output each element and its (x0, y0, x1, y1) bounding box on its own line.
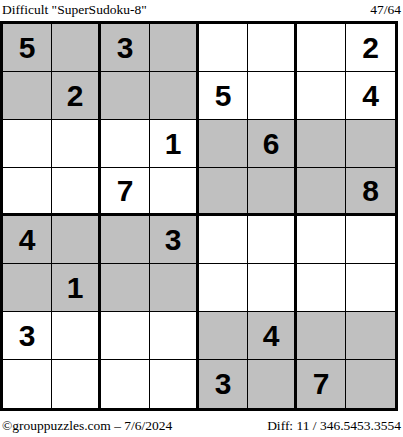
grid-cell-r8c3-empty[interactable] (101, 360, 150, 408)
puzzle-title: Difficult "SuperSudoku-8" (2, 2, 147, 17)
grid-cell-r5c6-empty[interactable] (248, 216, 297, 264)
grid-cell-r3c8-empty[interactable] (346, 120, 395, 168)
grid-cell-r2c6-empty[interactable] (248, 72, 297, 120)
grid-cell-r7c7-empty[interactable] (297, 312, 346, 360)
sudoku-board: 53225416784313437 (0, 21, 398, 411)
grid-cell-r1c5-empty[interactable] (199, 24, 248, 72)
grid-cell-r2c8-given[interactable]: 4 (346, 72, 395, 120)
grid-cell-r1c4-empty[interactable] (150, 24, 199, 72)
grid-cell-r2c7-empty[interactable] (297, 72, 346, 120)
footer: ©grouppuzzles.com – 7/6/2024 Diff: 11 / … (0, 411, 403, 434)
grid-cell-r4c7-empty[interactable] (297, 168, 346, 216)
grid-cell-r6c5-empty[interactable] (199, 264, 248, 312)
grid-cell-r8c7-given[interactable]: 7 (297, 360, 346, 408)
grid-cell-r4c8-given[interactable]: 8 (346, 168, 395, 216)
grid-cell-r7c3-empty[interactable] (101, 312, 150, 360)
grid-cell-r4c5-empty[interactable] (199, 168, 248, 216)
grid-cell-r5c5-empty[interactable] (199, 216, 248, 264)
empty-cell-counter: 47/64 (370, 2, 401, 17)
grid-cell-r8c4-empty[interactable] (150, 360, 199, 408)
grid-cell-r3c5-empty[interactable] (199, 120, 248, 168)
grid-cell-r6c3-empty[interactable] (101, 264, 150, 312)
grid-cell-r3c4-given[interactable]: 1 (150, 120, 199, 168)
grid-cell-r8c2-empty[interactable] (52, 360, 101, 408)
grid-cell-r7c8-empty[interactable] (346, 312, 395, 360)
grid-cell-r4c4-empty[interactable] (150, 168, 199, 216)
grid-cell-r8c5-given[interactable]: 3 (199, 360, 248, 408)
grid-cell-r6c7-empty[interactable] (297, 264, 346, 312)
grid-cell-r7c1-given[interactable]: 3 (3, 312, 52, 360)
grid-cell-r2c2-given[interactable]: 2 (52, 72, 101, 120)
grid-cell-r6c4-empty[interactable] (150, 264, 199, 312)
grid-cell-r7c5-empty[interactable] (199, 312, 248, 360)
grid-cell-r6c8-empty[interactable] (346, 264, 395, 312)
grid-cell-r6c6-empty[interactable] (248, 264, 297, 312)
grid-cell-r4c2-empty[interactable] (52, 168, 101, 216)
grid-cell-r7c6-given[interactable]: 4 (248, 312, 297, 360)
grid-cell-r5c1-given[interactable]: 4 (3, 216, 52, 264)
grid-cell-r1c7-empty[interactable] (297, 24, 346, 72)
grid-cell-r1c6-empty[interactable] (248, 24, 297, 72)
grid-cell-r1c1-given[interactable]: 5 (3, 24, 52, 72)
difficulty-text: Diff: 11 / 346.5453.3554 (267, 418, 401, 434)
grid-cell-r7c2-empty[interactable] (52, 312, 101, 360)
grid-cell-r1c8-given[interactable]: 2 (346, 24, 395, 72)
copyright-text: ©grouppuzzles.com – 7/6/2024 (2, 418, 172, 434)
grid-cell-r3c3-empty[interactable] (101, 120, 150, 168)
grid-cell-r5c7-empty[interactable] (297, 216, 346, 264)
grid-cell-r8c6-empty[interactable] (248, 360, 297, 408)
grid-cell-r1c2-empty[interactable] (52, 24, 101, 72)
grid-cell-r4c6-empty[interactable] (248, 168, 297, 216)
grid-cell-r3c6-given[interactable]: 6 (248, 120, 297, 168)
grid-cell-r2c1-empty[interactable] (3, 72, 52, 120)
grid-cell-r5c4-given[interactable]: 3 (150, 216, 199, 264)
grid-cell-r5c2-empty[interactable] (52, 216, 101, 264)
grid-cell-r3c7-empty[interactable] (297, 120, 346, 168)
grid-cell-r2c4-empty[interactable] (150, 72, 199, 120)
grid-cell-r4c3-given[interactable]: 7 (101, 168, 150, 216)
grid-cell-r2c5-given[interactable]: 5 (199, 72, 248, 120)
grid-cell-r8c8-empty[interactable] (346, 360, 395, 408)
grid-cell-r5c8-empty[interactable] (346, 216, 395, 264)
grid-cell-r7c4-empty[interactable] (150, 312, 199, 360)
grid-cell-r1c3-given[interactable]: 3 (101, 24, 150, 72)
grid-cell-r5c3-empty[interactable] (101, 216, 150, 264)
grid-cell-r2c3-empty[interactable] (101, 72, 150, 120)
grid-cell-r8c1-empty[interactable] (3, 360, 52, 408)
grid-cell-r3c2-empty[interactable] (52, 120, 101, 168)
grid-cell-r6c1-empty[interactable] (3, 264, 52, 312)
header: Difficult "SuperSudoku-8" 47/64 (0, 0, 403, 21)
grid-cell-r3c1-empty[interactable] (3, 120, 52, 168)
grid-cell-r4c1-empty[interactable] (3, 168, 52, 216)
grid-cell-r6c2-given[interactable]: 1 (52, 264, 101, 312)
